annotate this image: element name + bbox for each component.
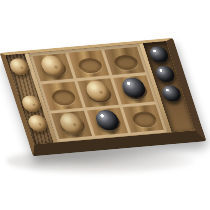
cell-r3c3[interactable] <box>123 104 164 133</box>
ball-recess <box>49 88 78 105</box>
cell-r1c2[interactable] <box>68 50 109 79</box>
black-ball[interactable] <box>93 109 122 131</box>
box-interior <box>5 41 194 144</box>
cell-r3c2[interactable] <box>87 107 128 136</box>
cell-r2c1[interactable] <box>42 82 83 111</box>
cell-r2c2[interactable] <box>77 79 118 108</box>
wood-ball[interactable] <box>57 112 86 134</box>
cell-r3c1[interactable] <box>51 110 92 139</box>
cell-r2c3[interactable] <box>113 75 154 104</box>
ball-recess <box>130 111 159 128</box>
cell-r1c3[interactable] <box>104 47 145 76</box>
cell-r1c1[interactable] <box>32 53 73 82</box>
ball-recess <box>112 54 141 71</box>
ball-recess <box>76 57 105 74</box>
black-ball[interactable] <box>159 84 182 102</box>
product-photo <box>0 0 210 210</box>
black-ball[interactable] <box>153 65 176 83</box>
tic-tac-toe-game-box <box>0 38 206 157</box>
black-ball[interactable] <box>147 45 170 63</box>
